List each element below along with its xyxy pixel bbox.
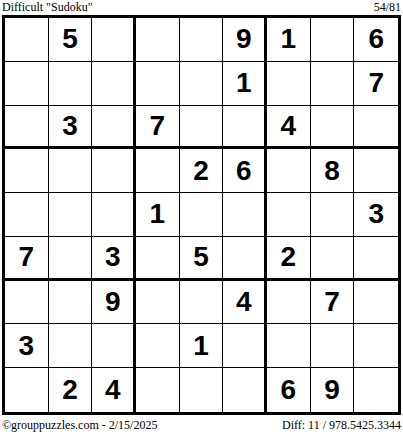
cell-r6c8[interactable]	[311, 237, 355, 281]
cell-r4c6: 6	[223, 149, 267, 193]
cell-r6c3: 3	[92, 237, 136, 281]
cell-r2c3[interactable]	[92, 62, 136, 106]
page-title: Difficult "Sudoku"	[2, 0, 93, 14]
cell-r4c1[interactable]	[5, 149, 49, 193]
cell-r5c7[interactable]	[267, 193, 311, 237]
cell-r4c2[interactable]	[49, 149, 93, 193]
cell-r1c8[interactable]	[311, 18, 355, 62]
cell-r9c4[interactable]	[136, 368, 180, 412]
cell-r3c1[interactable]	[5, 106, 49, 150]
cells-remaining-counter: 54/81	[374, 0, 401, 14]
cell-r1c6: 9	[223, 18, 267, 62]
cell-r6c6[interactable]	[223, 237, 267, 281]
cell-r4c9[interactable]	[354, 149, 398, 193]
cell-r1c3[interactable]	[92, 18, 136, 62]
cell-r6c7: 2	[267, 237, 311, 281]
cell-r7c4[interactable]	[136, 281, 180, 325]
cell-r2c5[interactable]	[180, 62, 224, 106]
cell-r6c9[interactable]	[354, 237, 398, 281]
cell-r6c2[interactable]	[49, 237, 93, 281]
cell-r5c8[interactable]	[311, 193, 355, 237]
cell-r4c3[interactable]	[92, 149, 136, 193]
cell-r7c7[interactable]	[267, 281, 311, 325]
cell-r6c1: 7	[5, 237, 49, 281]
cell-r7c1[interactable]	[5, 281, 49, 325]
cell-r1c7: 1	[267, 18, 311, 62]
cell-r3c3[interactable]	[92, 106, 136, 150]
sudoku-page: Difficult "Sudoku" 54/81 591617374268137…	[0, 0, 403, 437]
cell-r7c5[interactable]	[180, 281, 224, 325]
cell-r9c5[interactable]	[180, 368, 224, 412]
cell-r2c6: 1	[223, 62, 267, 106]
cell-r9c1[interactable]	[5, 368, 49, 412]
cell-r1c4[interactable]	[136, 18, 180, 62]
cell-r2c2[interactable]	[49, 62, 93, 106]
cell-r5c9: 3	[354, 193, 398, 237]
cell-r8c8[interactable]	[311, 324, 355, 368]
cell-r9c8: 9	[311, 368, 355, 412]
footer: ©grouppuzzles.com - 2/15/2025 Diff: 11 /…	[2, 418, 401, 433]
cell-r1c1[interactable]	[5, 18, 49, 62]
cell-r1c9: 6	[354, 18, 398, 62]
cell-r7c8: 7	[311, 281, 355, 325]
cell-r3c5[interactable]	[180, 106, 224, 150]
cell-r7c2[interactable]	[49, 281, 93, 325]
cell-r9c7: 6	[267, 368, 311, 412]
cell-r8c1: 3	[5, 324, 49, 368]
cell-r3c2: 3	[49, 106, 93, 150]
cell-r5c3[interactable]	[92, 193, 136, 237]
cell-r2c8[interactable]	[311, 62, 355, 106]
cell-r6c4[interactable]	[136, 237, 180, 281]
cell-r1c5[interactable]	[180, 18, 224, 62]
cell-r4c4[interactable]	[136, 149, 180, 193]
cell-r8c9[interactable]	[354, 324, 398, 368]
cell-r8c7[interactable]	[267, 324, 311, 368]
cell-r8c5: 1	[180, 324, 224, 368]
cell-r2c9: 7	[354, 62, 398, 106]
cell-r2c7[interactable]	[267, 62, 311, 106]
cell-r4c5: 2	[180, 149, 224, 193]
cell-r4c8: 8	[311, 149, 355, 193]
cell-r2c1[interactable]	[5, 62, 49, 106]
cell-r8c4[interactable]	[136, 324, 180, 368]
difficulty-text: Diff: 11 / 978.5425.3344	[282, 418, 401, 433]
cell-r7c9[interactable]	[354, 281, 398, 325]
cell-r8c2[interactable]	[49, 324, 93, 368]
cell-r3c8[interactable]	[311, 106, 355, 150]
cell-r9c3: 4	[92, 368, 136, 412]
copyright-date-text: ©grouppuzzles.com - 2/15/2025	[2, 418, 157, 433]
sudoku-board: 591617374268137352947312469	[2, 15, 401, 415]
cell-r7c6: 4	[223, 281, 267, 325]
cell-r9c6[interactable]	[223, 368, 267, 412]
cell-r2c4[interactable]	[136, 62, 180, 106]
cell-r8c6[interactable]	[223, 324, 267, 368]
cell-r9c2: 2	[49, 368, 93, 412]
cell-r3c6[interactable]	[223, 106, 267, 150]
cell-r5c4: 1	[136, 193, 180, 237]
cell-r1c2: 5	[49, 18, 93, 62]
cell-r3c4: 7	[136, 106, 180, 150]
cell-r8c3[interactable]	[92, 324, 136, 368]
cell-r5c2[interactable]	[49, 193, 93, 237]
cell-r9c9[interactable]	[354, 368, 398, 412]
cell-r3c9[interactable]	[354, 106, 398, 150]
cell-r4c7[interactable]	[267, 149, 311, 193]
cell-r5c6[interactable]	[223, 193, 267, 237]
cell-r6c5: 5	[180, 237, 224, 281]
cell-r5c1[interactable]	[5, 193, 49, 237]
cell-r7c3: 9	[92, 281, 136, 325]
cell-r3c7: 4	[267, 106, 311, 150]
cell-r5c5[interactable]	[180, 193, 224, 237]
header: Difficult "Sudoku" 54/81	[2, 0, 401, 15]
